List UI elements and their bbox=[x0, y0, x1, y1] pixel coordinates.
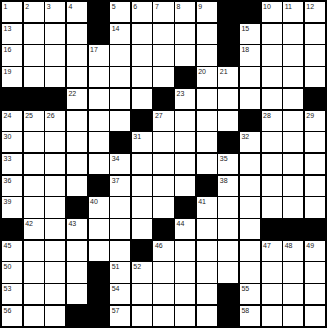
clue-number: 14 bbox=[112, 24, 120, 33]
clue-number: 51 bbox=[112, 262, 120, 271]
black-square-r15c11 bbox=[218, 306, 238, 326]
cell-r11c9[interactable]: 44 bbox=[175, 219, 195, 239]
clue-number: 48 bbox=[285, 241, 293, 250]
cell-r2c15[interactable] bbox=[305, 24, 325, 44]
clue-number: 13 bbox=[4, 24, 12, 33]
cell-r7c9[interactable] bbox=[175, 132, 195, 152]
clue-number: 55 bbox=[241, 284, 249, 293]
cell-r9c13[interactable] bbox=[262, 176, 282, 196]
cell-r12c10[interactable] bbox=[197, 241, 217, 261]
black-square-r1c5 bbox=[89, 2, 109, 22]
cell-r7c10[interactable] bbox=[197, 132, 217, 152]
cell-r4c12[interactable] bbox=[240, 67, 260, 87]
cell-r1c6[interactable]: 5 bbox=[110, 2, 130, 22]
cell-r13c10[interactable] bbox=[197, 262, 217, 282]
cell-r9c2[interactable] bbox=[24, 176, 44, 196]
cell-r2c10[interactable] bbox=[197, 24, 217, 44]
clue-number: 3 bbox=[47, 2, 51, 11]
cell-r7c2[interactable] bbox=[24, 132, 44, 152]
cell-r5c10[interactable] bbox=[197, 89, 217, 109]
black-square-r14c5 bbox=[89, 284, 109, 304]
black-square-r5c2 bbox=[24, 89, 44, 109]
cell-r13c7[interactable]: 52 bbox=[132, 262, 152, 282]
cell-r3c8[interactable] bbox=[153, 45, 173, 65]
cell-r9c15[interactable] bbox=[305, 176, 325, 196]
clue-number: 57 bbox=[112, 306, 120, 315]
cell-r7c15[interactable] bbox=[305, 132, 325, 152]
cell-r10c6[interactable] bbox=[110, 197, 130, 217]
cell-r5c5[interactable] bbox=[89, 89, 109, 109]
cell-r11c7[interactable] bbox=[132, 219, 152, 239]
cell-r4c11[interactable]: 21 bbox=[218, 67, 238, 87]
cell-r2c7[interactable] bbox=[132, 24, 152, 44]
clue-number: 26 bbox=[47, 111, 55, 120]
cell-r3c2[interactable] bbox=[24, 45, 44, 65]
black-square-r12c7 bbox=[132, 241, 152, 261]
cell-r8c14[interactable] bbox=[283, 154, 303, 174]
cell-r6c8[interactable]: 27 bbox=[153, 111, 173, 131]
cell-r14c3[interactable] bbox=[45, 284, 65, 304]
cell-r1c13[interactable]: 10 bbox=[262, 2, 282, 22]
cell-r3c10[interactable] bbox=[197, 45, 217, 65]
cell-r12c11[interactable] bbox=[218, 241, 238, 261]
cell-r12c3[interactable] bbox=[45, 241, 65, 261]
cell-r8c11[interactable]: 35 bbox=[218, 154, 238, 174]
clue-number: 20 bbox=[198, 67, 206, 76]
cell-r3c5[interactable]: 17 bbox=[89, 45, 109, 65]
cell-r8c1[interactable]: 33 bbox=[2, 154, 22, 174]
cell-r8c3[interactable] bbox=[45, 154, 65, 174]
cell-r5c13[interactable] bbox=[262, 89, 282, 109]
black-square-r11c14 bbox=[283, 219, 303, 239]
black-square-r5c1 bbox=[2, 89, 22, 109]
clue-number: 8 bbox=[177, 2, 181, 11]
cell-r10c13[interactable] bbox=[262, 197, 282, 217]
cell-r10c8[interactable] bbox=[153, 197, 173, 217]
cell-r10c14[interactable] bbox=[283, 197, 303, 217]
cell-r12c4[interactable] bbox=[67, 241, 87, 261]
cell-r15c13[interactable] bbox=[262, 306, 282, 326]
clue-number: 1 bbox=[4, 2, 8, 11]
clue-number: 18 bbox=[241, 45, 249, 54]
cell-r2c12[interactable]: 15 bbox=[240, 24, 260, 44]
black-square-r11c15 bbox=[305, 219, 325, 239]
cell-r2c9[interactable] bbox=[175, 24, 195, 44]
black-square-r1c12 bbox=[240, 2, 260, 22]
clue-number: 38 bbox=[220, 176, 228, 185]
crossword-grid: 1234567891011121314151617181920212223242… bbox=[0, 0, 327, 328]
cell-r11c2[interactable]: 42 bbox=[24, 219, 44, 239]
cell-r11c10[interactable] bbox=[197, 219, 217, 239]
clue-number: 43 bbox=[68, 219, 76, 228]
black-square-r3c11 bbox=[218, 45, 238, 65]
cell-r7c14[interactable] bbox=[283, 132, 303, 152]
cell-r12c13[interactable]: 47 bbox=[262, 241, 282, 261]
black-square-r14c11 bbox=[218, 284, 238, 304]
cell-r9c6[interactable]: 37 bbox=[110, 176, 130, 196]
black-square-r9c5 bbox=[89, 176, 109, 196]
cell-r8c13[interactable] bbox=[262, 154, 282, 174]
clue-number: 19 bbox=[4, 67, 12, 76]
cell-r10c10[interactable]: 41 bbox=[197, 197, 217, 217]
cell-r10c11[interactable] bbox=[218, 197, 238, 217]
cell-r4c6[interactable] bbox=[110, 67, 130, 87]
cell-r11c3[interactable] bbox=[45, 219, 65, 239]
cell-r14c4[interactable] bbox=[67, 284, 87, 304]
cell-r15c6[interactable]: 57 bbox=[110, 306, 130, 326]
cell-r6c10[interactable] bbox=[197, 111, 217, 131]
cell-r7c5[interactable] bbox=[89, 132, 109, 152]
cell-r13c12[interactable] bbox=[240, 262, 260, 282]
black-square-r10c9 bbox=[175, 197, 195, 217]
cell-r15c14[interactable] bbox=[283, 306, 303, 326]
cell-r8c2[interactable] bbox=[24, 154, 44, 174]
black-square-r6c7 bbox=[132, 111, 152, 131]
clue-number: 7 bbox=[155, 2, 159, 11]
cell-r13c15[interactable] bbox=[305, 262, 325, 282]
cell-r5c12[interactable] bbox=[240, 89, 260, 109]
black-square-r2c5 bbox=[89, 24, 109, 44]
clue-number: 58 bbox=[241, 306, 249, 315]
cell-r5c14[interactable] bbox=[283, 89, 303, 109]
clue-number: 30 bbox=[4, 132, 12, 141]
cell-r11c6[interactable] bbox=[110, 219, 130, 239]
cell-r3c13[interactable] bbox=[262, 45, 282, 65]
cell-r15c3[interactable] bbox=[45, 306, 65, 326]
cell-r14c9[interactable] bbox=[175, 284, 195, 304]
cell-r1c15[interactable]: 12 bbox=[305, 2, 325, 22]
cell-r9c12[interactable] bbox=[240, 176, 260, 196]
cell-r14c14[interactable] bbox=[283, 284, 303, 304]
black-square-r15c5 bbox=[89, 306, 109, 326]
clue-number: 9 bbox=[198, 2, 202, 11]
clue-number: 36 bbox=[4, 176, 12, 185]
cell-r7c8[interactable] bbox=[153, 132, 173, 152]
cell-r15c9[interactable] bbox=[175, 306, 195, 326]
clue-number: 10 bbox=[263, 2, 271, 11]
cell-r11c5[interactable] bbox=[89, 219, 109, 239]
cell-r8c8[interactable] bbox=[153, 154, 173, 174]
clue-number: 47 bbox=[263, 241, 271, 250]
cell-r6c13[interactable]: 28 bbox=[262, 111, 282, 131]
cell-r14c13[interactable] bbox=[262, 284, 282, 304]
cell-r1c10[interactable]: 9 bbox=[197, 2, 217, 22]
clue-number: 41 bbox=[198, 197, 206, 206]
cell-r8c4[interactable] bbox=[67, 154, 87, 174]
black-square-r7c11 bbox=[218, 132, 238, 152]
black-square-r6c12 bbox=[240, 111, 260, 131]
cell-r6c5[interactable] bbox=[89, 111, 109, 131]
clue-number: 53 bbox=[4, 284, 12, 293]
cell-r8c7[interactable] bbox=[132, 154, 152, 174]
cell-r13c9[interactable] bbox=[175, 262, 195, 282]
cell-r6c14[interactable] bbox=[283, 111, 303, 131]
cell-r3c4[interactable] bbox=[67, 45, 87, 65]
cell-r15c10[interactable] bbox=[197, 306, 217, 326]
cell-r5c4[interactable]: 22 bbox=[67, 89, 87, 109]
cell-r4c15[interactable] bbox=[305, 67, 325, 87]
black-square-r10c4 bbox=[67, 197, 87, 217]
clue-number: 40 bbox=[90, 197, 98, 206]
clue-number: 39 bbox=[4, 197, 12, 206]
cell-r2c3[interactable] bbox=[45, 24, 65, 44]
cell-r15c12[interactable]: 58 bbox=[240, 306, 260, 326]
clue-number: 11 bbox=[285, 2, 292, 11]
cell-r1c1[interactable]: 1 bbox=[2, 2, 22, 22]
cell-r14c7[interactable] bbox=[132, 284, 152, 304]
cell-r12c12[interactable] bbox=[240, 241, 260, 261]
cell-r4c7[interactable] bbox=[132, 67, 152, 87]
black-square-r5c15 bbox=[305, 89, 325, 109]
clue-number: 21 bbox=[220, 67, 228, 76]
cell-r13c2[interactable] bbox=[24, 262, 44, 282]
cell-r15c1[interactable]: 56 bbox=[2, 306, 22, 326]
clue-number: 45 bbox=[4, 241, 12, 250]
cell-r12c1[interactable]: 45 bbox=[2, 241, 22, 261]
black-square-r9c10 bbox=[197, 176, 217, 196]
black-square-r15c4 bbox=[67, 306, 87, 326]
cell-r6c15[interactable]: 29 bbox=[305, 111, 325, 131]
cell-r10c7[interactable] bbox=[132, 197, 152, 217]
cell-r5c6[interactable] bbox=[110, 89, 130, 109]
cell-r1c4[interactable]: 4 bbox=[67, 2, 87, 22]
cell-r2c8[interactable] bbox=[153, 24, 173, 44]
clue-number: 33 bbox=[4, 154, 12, 163]
cell-r12c9[interactable] bbox=[175, 241, 195, 261]
cell-r13c13[interactable] bbox=[262, 262, 282, 282]
cell-r6c11[interactable] bbox=[218, 111, 238, 131]
clue-number: 49 bbox=[306, 241, 314, 250]
black-square-r4c9 bbox=[175, 67, 195, 87]
cell-r1c14[interactable]: 11 bbox=[283, 2, 303, 22]
cell-r8c6[interactable]: 34 bbox=[110, 154, 130, 174]
clue-number: 31 bbox=[133, 132, 141, 141]
cell-r10c12[interactable] bbox=[240, 197, 260, 217]
cell-r10c1[interactable]: 39 bbox=[2, 197, 22, 217]
cell-r13c4[interactable] bbox=[67, 262, 87, 282]
black-square-r5c3 bbox=[45, 89, 65, 109]
cell-r8c15[interactable] bbox=[305, 154, 325, 174]
cell-r1c2[interactable]: 2 bbox=[24, 2, 44, 22]
cell-r10c15[interactable] bbox=[305, 197, 325, 217]
black-square-r11c1 bbox=[2, 219, 22, 239]
clue-number: 16 bbox=[4, 45, 12, 54]
clue-number: 50 bbox=[4, 262, 12, 271]
cell-r5c7[interactable] bbox=[132, 89, 152, 109]
black-square-r1c11 bbox=[218, 2, 238, 22]
clue-number: 5 bbox=[112, 2, 116, 11]
cell-r15c8[interactable] bbox=[153, 306, 173, 326]
cell-r3c7[interactable] bbox=[132, 45, 152, 65]
black-square-r13c5 bbox=[89, 262, 109, 282]
cell-r6c3[interactable]: 26 bbox=[45, 111, 65, 131]
cell-r4c5[interactable] bbox=[89, 67, 109, 87]
cell-r4c1[interactable]: 19 bbox=[2, 67, 22, 87]
clue-number: 17 bbox=[90, 45, 98, 54]
cell-r9c9[interactable] bbox=[175, 176, 195, 196]
cell-r14c15[interactable] bbox=[305, 284, 325, 304]
cell-r8c10[interactable] bbox=[197, 154, 217, 174]
clue-number: 44 bbox=[177, 219, 185, 228]
cell-r11c11[interactable] bbox=[218, 219, 238, 239]
cell-r2c2[interactable] bbox=[24, 24, 44, 44]
cell-r6c2[interactable]: 25 bbox=[24, 111, 44, 131]
cell-r13c6[interactable]: 51 bbox=[110, 262, 130, 282]
cell-r14c10[interactable] bbox=[197, 284, 217, 304]
clue-number: 34 bbox=[112, 154, 120, 163]
cell-r6c6[interactable] bbox=[110, 111, 130, 131]
cell-r5c11[interactable] bbox=[218, 89, 238, 109]
cell-r6c9[interactable] bbox=[175, 111, 195, 131]
cell-r14c6[interactable]: 54 bbox=[110, 284, 130, 304]
clue-number: 54 bbox=[112, 284, 120, 293]
black-square-r2c11 bbox=[218, 24, 238, 44]
cell-r7c12[interactable]: 32 bbox=[240, 132, 260, 152]
cell-r14c1[interactable]: 53 bbox=[2, 284, 22, 304]
cell-r9c11[interactable]: 38 bbox=[218, 176, 238, 196]
cell-r13c8[interactable] bbox=[153, 262, 173, 282]
clue-number: 12 bbox=[306, 2, 314, 11]
cell-r3c15[interactable] bbox=[305, 45, 325, 65]
cell-r7c3[interactable] bbox=[45, 132, 65, 152]
cell-r10c2[interactable] bbox=[24, 197, 44, 217]
cell-r13c1[interactable]: 50 bbox=[2, 262, 22, 282]
cell-r10c3[interactable] bbox=[45, 197, 65, 217]
clue-number: 15 bbox=[241, 24, 249, 33]
cell-r14c2[interactable] bbox=[24, 284, 44, 304]
cell-r7c7[interactable]: 31 bbox=[132, 132, 152, 152]
cell-r13c11[interactable] bbox=[218, 262, 238, 282]
cell-r1c3[interactable]: 3 bbox=[45, 2, 65, 22]
cell-r12c15[interactable]: 49 bbox=[305, 241, 325, 261]
black-square-r11c8 bbox=[153, 219, 173, 239]
cell-r3c14[interactable] bbox=[283, 45, 303, 65]
cell-r2c14[interactable] bbox=[283, 24, 303, 44]
cell-r12c14[interactable]: 48 bbox=[283, 241, 303, 261]
black-square-r5c8 bbox=[153, 89, 173, 109]
cell-r12c5[interactable] bbox=[89, 241, 109, 261]
cell-r14c8[interactable] bbox=[153, 284, 173, 304]
cell-r3c1[interactable]: 16 bbox=[2, 45, 22, 65]
cell-r7c4[interactable] bbox=[67, 132, 87, 152]
clue-number: 37 bbox=[112, 176, 120, 185]
cell-r1c8[interactable]: 7 bbox=[153, 2, 173, 22]
cell-r9c3[interactable] bbox=[45, 176, 65, 196]
clue-number: 42 bbox=[25, 219, 33, 228]
cell-r14c12[interactable]: 55 bbox=[240, 284, 260, 304]
cell-r8c5[interactable] bbox=[89, 154, 109, 174]
cell-r8c12[interactable] bbox=[240, 154, 260, 174]
cell-r12c6[interactable] bbox=[110, 241, 130, 261]
cell-r9c8[interactable] bbox=[153, 176, 173, 196]
clue-number: 27 bbox=[155, 111, 163, 120]
black-square-r11c13 bbox=[262, 219, 282, 239]
black-square-r7c6 bbox=[110, 132, 130, 152]
cell-r4c14[interactable] bbox=[283, 67, 303, 87]
cell-r9c14[interactable] bbox=[283, 176, 303, 196]
cell-r3c6[interactable] bbox=[110, 45, 130, 65]
cell-r4c4[interactable] bbox=[67, 67, 87, 87]
clue-number: 46 bbox=[155, 241, 163, 250]
cell-r3c3[interactable] bbox=[45, 45, 65, 65]
cell-r6c1[interactable]: 24 bbox=[2, 111, 22, 131]
cell-r1c9[interactable]: 8 bbox=[175, 2, 195, 22]
clue-number: 32 bbox=[241, 132, 249, 141]
cell-r2c6[interactable]: 14 bbox=[110, 24, 130, 44]
cell-r13c3[interactable] bbox=[45, 262, 65, 282]
cell-r10c5[interactable]: 40 bbox=[89, 197, 109, 217]
cell-r9c1[interactable]: 36 bbox=[2, 176, 22, 196]
cell-r7c13[interactable] bbox=[262, 132, 282, 152]
clue-number: 22 bbox=[68, 89, 76, 98]
cell-r9c7[interactable] bbox=[132, 176, 152, 196]
clue-number: 56 bbox=[4, 306, 12, 315]
clue-number: 52 bbox=[133, 262, 141, 271]
cell-r4c13[interactable] bbox=[262, 67, 282, 87]
cell-r4c10[interactable]: 20 bbox=[197, 67, 217, 87]
cell-r9c4[interactable] bbox=[67, 176, 87, 196]
cell-r2c1[interactable]: 13 bbox=[2, 24, 22, 44]
cell-r3c12[interactable]: 18 bbox=[240, 45, 260, 65]
cell-r15c15[interactable] bbox=[305, 306, 325, 326]
clue-number: 4 bbox=[68, 2, 72, 11]
clue-number: 2 bbox=[25, 2, 29, 11]
cell-r7c1[interactable]: 30 bbox=[2, 132, 22, 152]
cell-r2c4[interactable] bbox=[67, 24, 87, 44]
cell-r11c12[interactable] bbox=[240, 219, 260, 239]
cell-r15c2[interactable] bbox=[24, 306, 44, 326]
cell-r4c8[interactable] bbox=[153, 67, 173, 87]
cell-r12c2[interactable] bbox=[24, 241, 44, 261]
clue-number: 23 bbox=[177, 89, 185, 98]
cell-r1c7[interactable]: 6 bbox=[132, 2, 152, 22]
clue-number: 25 bbox=[25, 111, 33, 120]
cell-r3c9[interactable] bbox=[175, 45, 195, 65]
cell-r6c4[interactable] bbox=[67, 111, 87, 131]
cell-r11c4[interactable]: 43 bbox=[67, 219, 87, 239]
cell-r15c7[interactable] bbox=[132, 306, 152, 326]
clue-number: 28 bbox=[263, 111, 271, 120]
clue-number: 24 bbox=[4, 111, 12, 120]
cell-r2c13[interactable] bbox=[262, 24, 282, 44]
clue-number: 35 bbox=[220, 154, 228, 163]
cell-r5c9[interactable]: 23 bbox=[175, 89, 195, 109]
clue-number: 6 bbox=[133, 2, 137, 11]
cell-r4c3[interactable] bbox=[45, 67, 65, 87]
cell-r4c2[interactable] bbox=[24, 67, 44, 87]
cell-r8c9[interactable] bbox=[175, 154, 195, 174]
cell-r12c8[interactable]: 46 bbox=[153, 241, 173, 261]
cell-r13c14[interactable] bbox=[283, 262, 303, 282]
clue-number: 29 bbox=[306, 111, 314, 120]
